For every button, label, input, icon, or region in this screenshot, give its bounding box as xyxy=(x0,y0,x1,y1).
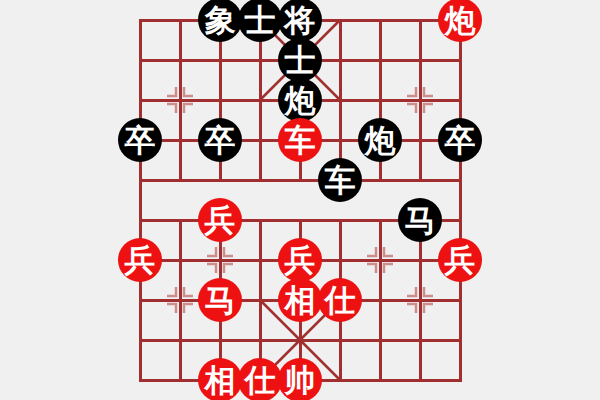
piece-black-elephant[interactable]: 象 xyxy=(198,0,242,42)
piece-black-cannon[interactable]: 炮 xyxy=(358,118,402,162)
piece-red-advisor[interactable]: 仕 xyxy=(318,278,362,322)
star-point-marker xyxy=(407,87,433,113)
piece-black-general[interactable]: 将 xyxy=(278,0,322,42)
piece-red-soldier[interactable]: 兵 xyxy=(278,238,322,282)
piece-black-cannon[interactable]: 炮 xyxy=(278,78,322,122)
piece-red-elephant[interactable]: 相 xyxy=(278,278,322,322)
piece-black-advisor[interactable]: 士 xyxy=(278,38,322,82)
piece-black-soldier[interactable]: 卒 xyxy=(198,118,242,162)
piece-red-soldier[interactable]: 兵 xyxy=(118,238,162,282)
star-point-marker xyxy=(167,287,193,313)
star-point-marker xyxy=(407,287,433,313)
xiangqi-app: 象士将炮士炮卒卒车炮卒车兵马兵兵兵马相仕相仕帅 xyxy=(0,0,600,400)
xiangqi-board[interactable]: 象士将炮士炮卒卒车炮卒车兵马兵兵兵马相仕相仕帅 xyxy=(140,20,460,380)
piece-red-soldier[interactable]: 兵 xyxy=(438,238,482,282)
star-point-marker xyxy=(167,87,193,113)
piece-red-chariot[interactable]: 车 xyxy=(278,118,322,162)
piece-red-cannon[interactable]: 炮 xyxy=(438,0,482,42)
star-point-marker xyxy=(207,247,233,273)
piece-black-chariot[interactable]: 车 xyxy=(318,158,362,202)
piece-black-soldier[interactable]: 卒 xyxy=(118,118,162,162)
piece-red-general[interactable]: 帅 xyxy=(278,358,322,400)
piece-red-advisor[interactable]: 仕 xyxy=(238,358,282,400)
piece-red-soldier[interactable]: 兵 xyxy=(198,198,242,242)
piece-black-horse[interactable]: 马 xyxy=(398,198,442,242)
piece-red-horse[interactable]: 马 xyxy=(198,278,242,322)
piece-black-soldier[interactable]: 卒 xyxy=(438,118,482,162)
piece-red-elephant[interactable]: 相 xyxy=(198,358,242,400)
star-point-marker xyxy=(367,247,393,273)
piece-black-advisor[interactable]: 士 xyxy=(238,0,282,42)
